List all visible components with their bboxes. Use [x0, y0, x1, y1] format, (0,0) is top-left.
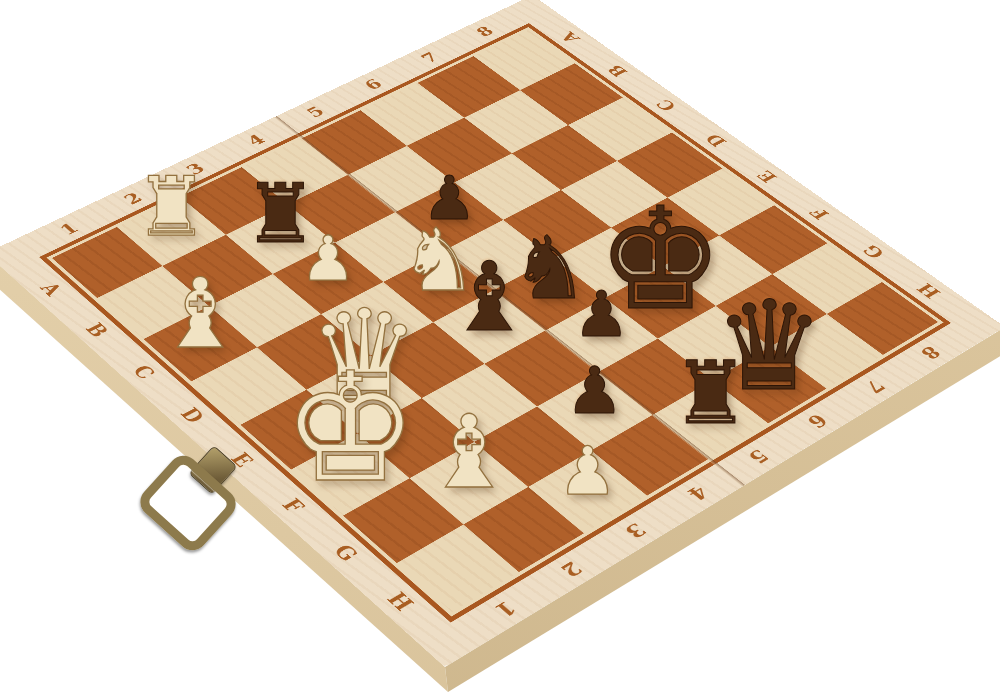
piece-black-bishop-e4[interactable]: ♝	[442, 250, 537, 345]
piece-white-bishop-c1[interactable]: ♝	[152, 266, 249, 363]
piece-black-pawn-g4[interactable]: ♟	[562, 359, 627, 424]
piece-white-king-f1[interactable]: ♚	[275, 353, 426, 504]
piece-white-pawn-h3[interactable]: ♟	[554, 438, 621, 505]
piece-white-rook-a2[interactable]: ♜	[131, 166, 213, 248]
piece-white-pawn-c3[interactable]: ♟	[297, 228, 359, 290]
piece-white-bishop-g2[interactable]: ♝	[418, 402, 519, 503]
piece-black-rook-h5[interactable]: ♜	[667, 350, 753, 436]
piece-black-pawn-f5[interactable]: ♟	[570, 284, 633, 347]
product-photo-stage: 11AA22BB33CC44DD55EE66FF77GG88HH ♚♛♟♞♟♜♞…	[0, 0, 1000, 700]
pieces-layer: ♚♛♟♞♟♜♞♝♟♜♟♟♜♛♝♝♚	[0, 0, 1000, 700]
